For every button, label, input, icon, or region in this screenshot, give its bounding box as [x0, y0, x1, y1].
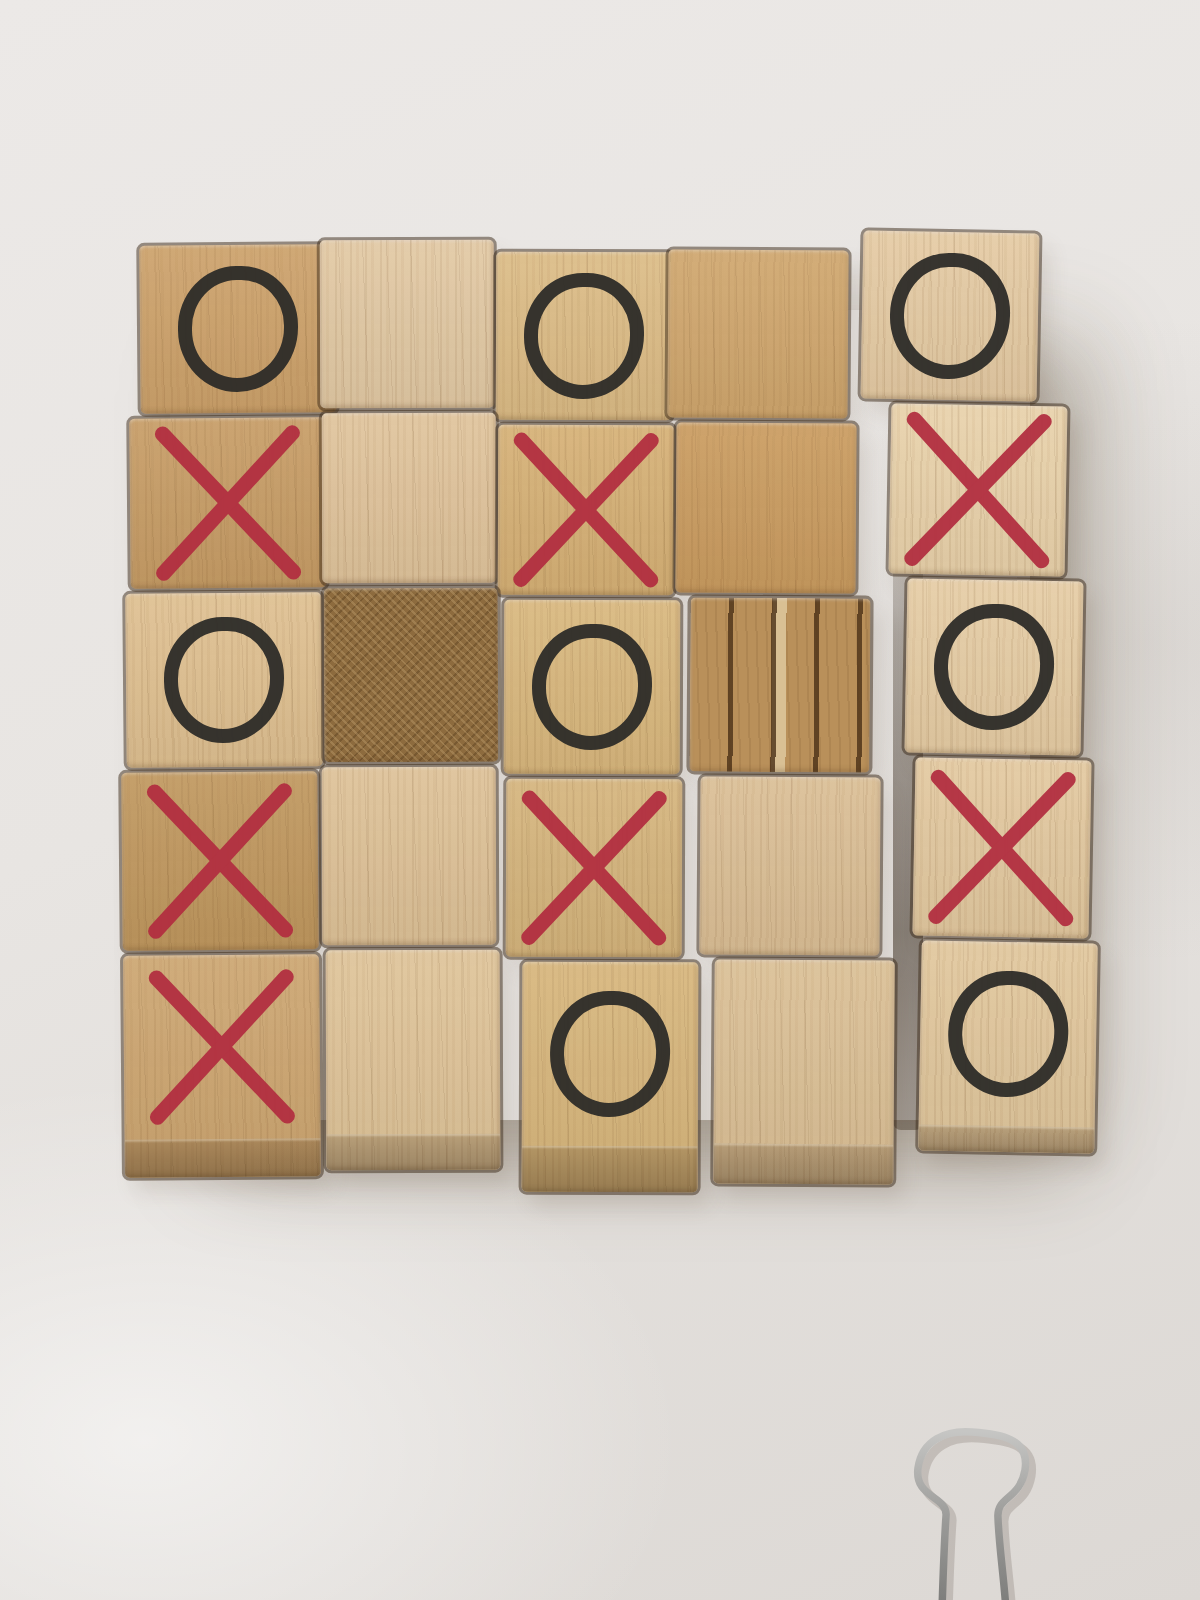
block-r1c3-O: [496, 252, 673, 421]
photo-background: [0, 0, 1200, 1600]
block-r4c5-X: [912, 757, 1091, 938]
block-r5c4-blank: [713, 959, 895, 1184]
block-front-face: [713, 1143, 893, 1184]
block-r5c1-X: [123, 954, 321, 1178]
block-front-face: [918, 1124, 1094, 1153]
x-mark: [511, 434, 662, 587]
block-r3c3-O: [504, 600, 681, 775]
block-r3c5-O: [904, 578, 1083, 755]
o-mark: [889, 252, 1011, 380]
o-mark: [163, 616, 284, 743]
o-mark: [177, 265, 298, 392]
block-front-face: [326, 1134, 500, 1171]
block-r4c1-X: [121, 771, 319, 951]
block-r5c2-blank: [326, 950, 501, 1171]
block-r2c4-blank: [675, 422, 856, 593]
block-r2c2-blank: [322, 413, 497, 584]
block-front-face: [125, 1138, 321, 1178]
o-mark: [933, 603, 1055, 731]
block-r5c5-O: [918, 940, 1098, 1153]
tic-tac-toe-block-board: [0, 0, 1200, 1600]
block-r1c2-blank: [320, 240, 495, 409]
block-r2c3-X: [498, 425, 675, 596]
o-mark: [532, 624, 652, 750]
x-mark: [519, 792, 670, 945]
block-front-face: [522, 1146, 698, 1193]
block-r4c3-X: [506, 779, 683, 958]
o-mark: [550, 991, 670, 1117]
block-r1c4-blank: [667, 249, 848, 418]
o-mark: [947, 970, 1069, 1098]
block-r4c2-blank: [322, 767, 497, 946]
x-mark: [152, 426, 303, 579]
block-r3c4-blank: [689, 597, 870, 772]
block-r5c3-O: [522, 962, 699, 1193]
block-r1c5-O: [861, 230, 1040, 401]
x-mark: [144, 784, 295, 937]
block-r4c4-blank: [699, 776, 880, 955]
o-mark: [524, 273, 644, 399]
x-mark: [902, 413, 1055, 568]
block-r2c1-X: [129, 417, 326, 589]
block-r3c1-O: [125, 592, 323, 768]
block-r3c2-blank: [324, 588, 499, 763]
binder-clip-handle: [880, 1418, 1110, 1600]
block-r1c1-O: [139, 244, 336, 414]
block-r2c5-X: [889, 403, 1068, 576]
x-mark: [146, 970, 297, 1123]
x-mark: [926, 771, 1079, 926]
